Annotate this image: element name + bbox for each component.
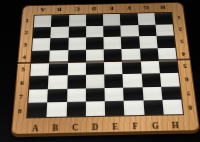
square-b8[interactable] xyxy=(47,102,67,117)
file-label-bottom-e: E xyxy=(112,121,118,131)
square-h1[interactable] xyxy=(154,13,172,25)
square-f6[interactable] xyxy=(123,74,142,88)
square-e8[interactable] xyxy=(105,101,125,116)
square-g3[interactable] xyxy=(139,36,158,48)
square-b1[interactable] xyxy=(51,15,69,27)
square-b5[interactable] xyxy=(49,62,68,75)
square-a2[interactable] xyxy=(33,27,51,39)
square-d3[interactable] xyxy=(86,37,104,49)
square-g5[interactable] xyxy=(140,61,159,74)
square-d6[interactable] xyxy=(86,75,105,89)
square-h6[interactable] xyxy=(160,73,180,87)
rank-label-left-4: 4 xyxy=(22,53,26,60)
file-label-top-f: F xyxy=(126,5,130,12)
square-e6[interactable] xyxy=(104,74,123,88)
square-e2[interactable] xyxy=(103,25,121,37)
square-a6[interactable] xyxy=(29,76,48,90)
square-g2[interactable] xyxy=(138,24,156,36)
rank-label-right-6: 6 xyxy=(184,76,189,84)
square-c5[interactable] xyxy=(67,62,86,75)
square-f1[interactable] xyxy=(120,13,138,25)
file-label-bottom-d: D xyxy=(92,122,98,132)
rank-label-left-6: 6 xyxy=(20,79,24,87)
rank-label-right-8: 8 xyxy=(188,104,193,112)
square-c8[interactable] xyxy=(66,102,85,117)
square-g7[interactable] xyxy=(142,87,162,101)
square-g1[interactable] xyxy=(137,13,155,25)
square-c1[interactable] xyxy=(68,15,85,27)
photo-background: ABCDEFGH ABCDEFGH 12345678 12345678 xyxy=(0,0,200,142)
square-g4[interactable] xyxy=(139,48,158,61)
square-a8[interactable] xyxy=(27,103,47,118)
square-f3[interactable] xyxy=(121,36,139,48)
file-label-bottom-a: A xyxy=(32,123,39,133)
file-label-top-e: E xyxy=(109,5,114,12)
square-c2[interactable] xyxy=(68,26,86,38)
rank-label-left-1: 1 xyxy=(25,17,29,24)
file-label-top-d: D xyxy=(92,5,97,12)
square-d2[interactable] xyxy=(86,26,104,38)
file-label-top-a: A xyxy=(40,7,45,14)
square-d1[interactable] xyxy=(86,14,103,26)
square-f8[interactable] xyxy=(124,101,144,116)
square-e3[interactable] xyxy=(103,37,121,49)
rank-label-left-5: 5 xyxy=(21,66,25,74)
square-f4[interactable] xyxy=(122,48,141,61)
square-a1[interactable] xyxy=(34,15,52,27)
square-h2[interactable] xyxy=(155,24,174,36)
file-label-bottom-f: F xyxy=(132,121,138,131)
square-e1[interactable] xyxy=(103,14,121,26)
square-b6[interactable] xyxy=(48,75,67,89)
square-d4[interactable] xyxy=(86,49,104,62)
rank-label-right-3: 3 xyxy=(180,38,184,45)
file-label-top-c: C xyxy=(75,6,80,13)
square-g6[interactable] xyxy=(141,73,161,87)
rank-label-right-5: 5 xyxy=(183,63,187,71)
square-b4[interactable] xyxy=(49,50,68,63)
square-h3[interactable] xyxy=(156,36,175,48)
square-b3[interactable] xyxy=(50,38,68,50)
rank-label-left-3: 3 xyxy=(23,41,27,48)
square-e7[interactable] xyxy=(104,87,123,101)
file-label-bottom-g: G xyxy=(152,121,160,131)
square-f5[interactable] xyxy=(122,61,141,74)
square-h8[interactable] xyxy=(162,100,183,115)
rank-label-left-8: 8 xyxy=(18,107,22,115)
board-squares xyxy=(26,12,184,119)
square-e5[interactable] xyxy=(104,61,123,74)
square-f2[interactable] xyxy=(121,25,139,37)
rank-label-left-7: 7 xyxy=(19,93,23,101)
rank-label-left-2: 2 xyxy=(24,29,28,36)
square-b7[interactable] xyxy=(47,89,66,103)
chess-board: ABCDEFGH ABCDEFGH 12345678 12345678 xyxy=(11,2,200,137)
square-e4[interactable] xyxy=(104,49,122,62)
square-a4[interactable] xyxy=(31,50,50,63)
rank-label-right-7: 7 xyxy=(186,89,191,97)
square-a3[interactable] xyxy=(32,38,50,50)
square-g8[interactable] xyxy=(143,100,163,115)
square-h7[interactable] xyxy=(161,86,181,100)
rank-label-right-2: 2 xyxy=(178,26,182,33)
square-d7[interactable] xyxy=(86,88,105,102)
square-f7[interactable] xyxy=(123,87,143,101)
square-h4[interactable] xyxy=(157,48,176,61)
square-d8[interactable] xyxy=(86,102,105,117)
file-label-bottom-b: B xyxy=(52,123,58,133)
square-a7[interactable] xyxy=(28,89,48,103)
square-c4[interactable] xyxy=(68,50,86,63)
file-label-top-b: B xyxy=(58,6,63,13)
square-b2[interactable] xyxy=(51,26,69,38)
square-d5[interactable] xyxy=(86,62,104,75)
file-label-top-g: G xyxy=(143,4,149,11)
square-h5[interactable] xyxy=(159,60,179,73)
square-c7[interactable] xyxy=(67,88,86,102)
square-c3[interactable] xyxy=(68,38,86,50)
square-a5[interactable] xyxy=(30,63,49,76)
file-labels-bottom: ABCDEFGH xyxy=(25,116,186,137)
file-label-bottom-h: H xyxy=(171,120,179,130)
rank-label-right-4: 4 xyxy=(181,50,185,57)
file-label-bottom-c: C xyxy=(72,122,78,132)
square-c6[interactable] xyxy=(67,75,86,89)
rank-label-right-1: 1 xyxy=(177,14,181,21)
file-label-top-h: H xyxy=(160,4,166,11)
